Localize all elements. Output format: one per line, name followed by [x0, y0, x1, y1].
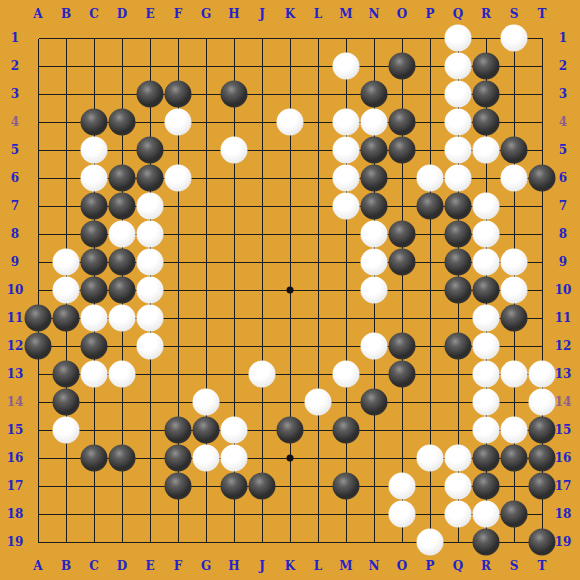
black-stone-C4[interactable] [81, 109, 108, 136]
white-stone-S15[interactable] [501, 417, 528, 444]
black-stone-O12[interactable] [389, 333, 416, 360]
column-label-top: D [117, 8, 127, 20]
column-label-bottom: R [481, 560, 491, 572]
black-stone-B13[interactable] [53, 361, 80, 388]
white-stone-E7[interactable] [137, 193, 164, 220]
black-stone-M15[interactable] [333, 417, 360, 444]
white-stone-Q2[interactable] [445, 53, 472, 80]
row-label-right: 16 [555, 452, 572, 464]
column-label-bottom: C [89, 560, 99, 572]
column-label-bottom: T [538, 560, 547, 572]
row-label-left: 19 [7, 536, 24, 548]
white-stone-M4[interactable] [333, 109, 360, 136]
black-stone-S5[interactable] [501, 137, 528, 164]
black-stone-M17[interactable] [333, 473, 360, 500]
white-stone-R15[interactable] [473, 417, 500, 444]
white-stone-M2[interactable] [333, 53, 360, 80]
column-label-top: O [397, 8, 407, 20]
white-stone-B9[interactable] [53, 249, 80, 276]
row-label-left: 5 [11, 144, 19, 156]
row-label-left: 6 [11, 172, 19, 184]
white-stone-R7[interactable] [473, 193, 500, 220]
white-stone-N10[interactable] [361, 277, 388, 304]
white-stone-R13[interactable] [473, 361, 500, 388]
column-label-bottom: H [228, 560, 239, 572]
white-stone-O18[interactable] [389, 501, 416, 528]
black-stone-C9[interactable] [81, 249, 108, 276]
row-label-right: 3 [559, 88, 567, 100]
black-stone-E6[interactable] [137, 165, 164, 192]
column-label-bottom: A [33, 560, 42, 572]
white-stone-J13[interactable] [249, 361, 276, 388]
black-stone-C8[interactable] [81, 221, 108, 248]
black-stone-R17[interactable] [473, 473, 500, 500]
white-stone-M6[interactable] [333, 165, 360, 192]
black-stone-F16[interactable] [165, 445, 192, 472]
row-label-right: 1 [559, 32, 567, 44]
black-stone-H17[interactable] [221, 473, 248, 500]
row-label-right: 12 [555, 340, 572, 352]
black-stone-T19[interactable] [529, 529, 556, 556]
black-stone-F17[interactable] [165, 473, 192, 500]
black-stone-E5[interactable] [137, 137, 164, 164]
black-stone-J17[interactable] [249, 473, 276, 500]
black-stone-T15[interactable] [529, 417, 556, 444]
column-label-bottom: E [145, 560, 154, 572]
column-label-top: S [510, 8, 519, 20]
white-stone-M5[interactable] [333, 137, 360, 164]
row-label-left: 10 [7, 284, 24, 296]
column-label-top: E [145, 8, 154, 20]
column-label-top: R [481, 8, 491, 20]
column-label-bottom: G [201, 560, 211, 572]
column-label-top: P [425, 8, 434, 20]
white-stone-B10[interactable] [53, 277, 80, 304]
row-label-right: 4 [559, 116, 567, 128]
row-label-right: 7 [559, 200, 567, 212]
black-stone-Q8[interactable] [445, 221, 472, 248]
white-stone-Q6[interactable] [445, 165, 472, 192]
column-label-bottom: K [285, 560, 295, 572]
black-stone-F15[interactable] [165, 417, 192, 444]
white-stone-G16[interactable] [193, 445, 220, 472]
white-stone-S9[interactable] [501, 249, 528, 276]
column-label-top: T [538, 8, 547, 20]
black-stone-S11[interactable] [501, 305, 528, 332]
row-label-right: 10 [555, 284, 572, 296]
black-stone-R16[interactable] [473, 445, 500, 472]
white-stone-D8[interactable] [109, 221, 136, 248]
black-stone-C7[interactable] [81, 193, 108, 220]
white-stone-K4[interactable] [277, 109, 304, 136]
white-stone-R14[interactable] [473, 389, 500, 416]
white-stone-E11[interactable] [137, 305, 164, 332]
column-label-top: K [285, 8, 295, 20]
column-label-bottom: J [259, 560, 265, 572]
row-label-right: 9 [559, 256, 567, 268]
black-stone-Q7[interactable] [445, 193, 472, 220]
column-label-top: B [61, 8, 71, 20]
white-stone-N4[interactable] [361, 109, 388, 136]
white-stone-G14[interactable] [193, 389, 220, 416]
black-stone-S16[interactable] [501, 445, 528, 472]
black-stone-Q9[interactable] [445, 249, 472, 276]
black-stone-N3[interactable] [361, 81, 388, 108]
white-stone-Q18[interactable] [445, 501, 472, 528]
row-label-right: 13 [555, 368, 572, 380]
column-label-top: J [259, 8, 265, 20]
row-label-left: 17 [7, 480, 24, 492]
white-stone-Q16[interactable] [445, 445, 472, 472]
black-stone-Q12[interactable] [445, 333, 472, 360]
column-label-bottom: Q [453, 560, 463, 572]
column-label-top: Q [453, 8, 463, 20]
white-stone-E10[interactable] [137, 277, 164, 304]
row-label-left: 4 [11, 116, 19, 128]
black-stone-E3[interactable] [137, 81, 164, 108]
black-stone-D7[interactable] [109, 193, 136, 220]
row-label-right: 6 [559, 172, 567, 184]
row-label-left: 13 [7, 368, 24, 380]
white-stone-R8[interactable] [473, 221, 500, 248]
black-stone-G15[interactable] [193, 417, 220, 444]
row-label-right: 18 [555, 508, 572, 520]
white-stone-N12[interactable] [361, 333, 388, 360]
black-stone-N14[interactable] [361, 389, 388, 416]
column-label-bottom: B [61, 560, 71, 572]
white-stone-S13[interactable] [501, 361, 528, 388]
row-label-left: 7 [11, 200, 19, 212]
black-stone-R3[interactable] [473, 81, 500, 108]
white-stone-O17[interactable] [389, 473, 416, 500]
star-point [287, 455, 294, 462]
white-stone-E8[interactable] [137, 221, 164, 248]
column-label-top: M [339, 8, 352, 20]
star-point [287, 287, 294, 294]
white-stone-H16[interactable] [221, 445, 248, 472]
row-label-left: 8 [11, 228, 19, 240]
black-stone-D10[interactable] [109, 277, 136, 304]
black-stone-D16[interactable] [109, 445, 136, 472]
black-stone-R10[interactable] [473, 277, 500, 304]
white-stone-N9[interactable] [361, 249, 388, 276]
white-stone-F4[interactable] [165, 109, 192, 136]
black-stone-P7[interactable] [417, 193, 444, 220]
row-label-left: 14 [7, 396, 24, 408]
row-label-right: 15 [555, 424, 572, 436]
white-stone-N8[interactable] [361, 221, 388, 248]
column-label-top: F [174, 8, 183, 20]
white-stone-L14[interactable] [305, 389, 332, 416]
white-stone-F6[interactable] [165, 165, 192, 192]
row-label-left: 18 [7, 508, 24, 520]
white-stone-S1[interactable] [501, 25, 528, 52]
row-label-left: 1 [11, 32, 19, 44]
black-stone-A11[interactable] [25, 305, 52, 332]
black-stone-R2[interactable] [473, 53, 500, 80]
white-stone-M7[interactable] [333, 193, 360, 220]
black-stone-O13[interactable] [389, 361, 416, 388]
black-stone-B11[interactable] [53, 305, 80, 332]
black-stone-N6[interactable] [361, 165, 388, 192]
white-stone-R5[interactable] [473, 137, 500, 164]
white-stone-H5[interactable] [221, 137, 248, 164]
white-stone-C5[interactable] [81, 137, 108, 164]
white-stone-C11[interactable] [81, 305, 108, 332]
white-stone-T14[interactable] [529, 389, 556, 416]
column-label-bottom: S [510, 560, 519, 572]
white-stone-E12[interactable] [137, 333, 164, 360]
white-stone-H15[interactable] [221, 417, 248, 444]
black-stone-O8[interactable] [389, 221, 416, 248]
black-stone-D4[interactable] [109, 109, 136, 136]
white-stone-Q1[interactable] [445, 25, 472, 52]
column-label-top: G [201, 8, 211, 20]
white-stone-C13[interactable] [81, 361, 108, 388]
black-stone-O9[interactable] [389, 249, 416, 276]
black-stone-D9[interactable] [109, 249, 136, 276]
black-stone-C12[interactable] [81, 333, 108, 360]
white-stone-S10[interactable] [501, 277, 528, 304]
column-label-bottom: L [314, 560, 322, 572]
black-stone-F3[interactable] [165, 81, 192, 108]
row-label-right: 8 [559, 228, 567, 240]
black-stone-T17[interactable] [529, 473, 556, 500]
row-label-left: 16 [7, 452, 24, 464]
column-label-bottom: F [174, 560, 183, 572]
black-stone-H3[interactable] [221, 81, 248, 108]
column-label-bottom: N [369, 560, 380, 572]
white-stone-P16[interactable] [417, 445, 444, 472]
white-stone-R18[interactable] [473, 501, 500, 528]
column-label-top: N [369, 8, 380, 20]
row-label-left: 2 [11, 60, 19, 72]
black-stone-A12[interactable] [25, 333, 52, 360]
column-label-bottom: M [339, 560, 352, 572]
row-label-right: 14 [555, 396, 572, 408]
white-stone-R11[interactable] [473, 305, 500, 332]
column-label-top: L [314, 8, 322, 20]
black-stone-C10[interactable] [81, 277, 108, 304]
black-stone-T6[interactable] [529, 165, 556, 192]
white-stone-Q5[interactable] [445, 137, 472, 164]
white-stone-P6[interactable] [417, 165, 444, 192]
column-label-top: H [228, 8, 239, 20]
white-stone-M13[interactable] [333, 361, 360, 388]
black-stone-D6[interactable] [109, 165, 136, 192]
row-label-right: 5 [559, 144, 567, 156]
white-stone-Q17[interactable] [445, 473, 472, 500]
black-stone-B14[interactable] [53, 389, 80, 416]
black-stone-Q10[interactable] [445, 277, 472, 304]
column-label-top: C [89, 8, 99, 20]
column-label-bottom: P [425, 560, 434, 572]
black-stone-O4[interactable] [389, 109, 416, 136]
white-stone-Q3[interactable] [445, 81, 472, 108]
black-stone-T16[interactable] [529, 445, 556, 472]
white-stone-B15[interactable] [53, 417, 80, 444]
white-stone-C6[interactable] [81, 165, 108, 192]
row-label-left: 12 [7, 340, 24, 352]
white-stone-D13[interactable] [109, 361, 136, 388]
white-stone-E9[interactable] [137, 249, 164, 276]
white-stone-D11[interactable] [109, 305, 136, 332]
black-stone-N5[interactable] [361, 137, 388, 164]
row-label-left: 11 [7, 312, 24, 324]
white-stone-P19[interactable] [417, 529, 444, 556]
white-stone-R9[interactable] [473, 249, 500, 276]
white-stone-Q4[interactable] [445, 109, 472, 136]
row-label-left: 3 [11, 88, 19, 100]
row-label-left: 9 [11, 256, 19, 268]
black-stone-O2[interactable] [389, 53, 416, 80]
row-label-right: 19 [555, 536, 572, 548]
black-stone-C16[interactable] [81, 445, 108, 472]
black-stone-K15[interactable] [277, 417, 304, 444]
go-board[interactable]: AABBCCDDEEFFGGHHJJKKLLMMNNOOPPQQRRSSTT11… [0, 0, 580, 580]
column-label-bottom: O [397, 560, 407, 572]
black-stone-R4[interactable] [473, 109, 500, 136]
column-label-top: A [33, 8, 42, 20]
white-stone-T13[interactable] [529, 361, 556, 388]
black-stone-R19[interactable] [473, 529, 500, 556]
row-label-right: 17 [555, 480, 572, 492]
row-label-left: 15 [7, 424, 24, 436]
row-label-right: 11 [555, 312, 572, 324]
white-stone-S6[interactable] [501, 165, 528, 192]
column-label-bottom: D [117, 560, 127, 572]
black-stone-O5[interactable] [389, 137, 416, 164]
row-label-right: 2 [559, 60, 567, 72]
white-stone-R12[interactable] [473, 333, 500, 360]
black-stone-N7[interactable] [361, 193, 388, 220]
black-stone-S18[interactable] [501, 501, 528, 528]
